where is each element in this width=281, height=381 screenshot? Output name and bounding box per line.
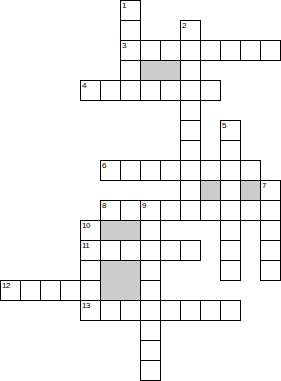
grid-cell[interactable] — [200, 160, 221, 181]
grid-cell[interactable] — [200, 80, 221, 101]
grid-cell[interactable] — [160, 80, 181, 101]
grid-cell[interactable] — [180, 300, 201, 321]
grid-cell[interactable] — [120, 80, 141, 101]
grid-cell[interactable] — [220, 200, 241, 221]
grid-cell[interactable] — [240, 160, 261, 181]
grid-cell[interactable] — [140, 160, 161, 181]
grid-cell[interactable] — [220, 300, 241, 321]
grid-cell[interactable] — [220, 160, 241, 181]
grid-cell[interactable] — [200, 200, 221, 221]
grid-cell[interactable] — [140, 300, 161, 321]
grid-cell[interactable] — [260, 220, 281, 241]
grid-cell[interactable] — [100, 160, 121, 181]
grid-cell[interactable] — [120, 60, 141, 81]
grid-cell[interactable] — [140, 220, 161, 241]
grid-cell[interactable] — [180, 60, 201, 81]
grid-cell[interactable] — [80, 300, 101, 321]
shaded-block — [140, 60, 181, 81]
grid-cell[interactable] — [160, 40, 181, 61]
grid-cell[interactable] — [140, 240, 161, 261]
grid-cell[interactable] — [260, 40, 281, 61]
grid-cell[interactable] — [140, 360, 161, 381]
grid-cell[interactable] — [220, 220, 241, 241]
grid-cell[interactable] — [0, 280, 21, 301]
grid-cell[interactable] — [100, 200, 121, 221]
grid-cell[interactable] — [80, 260, 101, 281]
grid-cell[interactable] — [180, 140, 201, 161]
grid-cell[interactable] — [160, 240, 181, 261]
grid-cell[interactable] — [140, 280, 161, 301]
grid-cell[interactable] — [220, 120, 241, 141]
grid-cell[interactable] — [120, 240, 141, 261]
grid-cell[interactable] — [120, 300, 141, 321]
grid-cell[interactable] — [220, 140, 241, 161]
grid-cell[interactable] — [80, 80, 101, 101]
grid-cell[interactable] — [240, 40, 261, 61]
grid-cell[interactable] — [260, 240, 281, 261]
grid-cell[interactable] — [140, 260, 161, 281]
grid-cell[interactable] — [180, 180, 201, 201]
grid-cell[interactable] — [100, 80, 121, 101]
grid-cell[interactable] — [180, 80, 201, 101]
grid-cell[interactable] — [180, 100, 201, 121]
grid-cell[interactable] — [140, 340, 161, 361]
grid-cell[interactable] — [120, 200, 141, 221]
grid-cell[interactable] — [80, 240, 101, 261]
shaded-block — [100, 260, 141, 301]
grid-cell[interactable] — [140, 200, 161, 221]
grid-cell[interactable] — [220, 260, 241, 281]
grid-cell[interactable] — [60, 280, 81, 301]
shaded-block — [200, 180, 221, 201]
grid-cell[interactable] — [140, 80, 161, 101]
grid-cell[interactable] — [160, 200, 181, 221]
shaded-block — [240, 180, 261, 201]
grid-cell[interactable] — [140, 40, 161, 61]
grid-cell[interactable] — [120, 0, 141, 21]
grid-cell[interactable] — [180, 160, 201, 181]
grid-cell[interactable] — [180, 240, 201, 261]
grid-cell[interactable] — [240, 200, 261, 221]
grid-cell[interactable] — [220, 40, 241, 61]
grid-cell[interactable] — [180, 200, 201, 221]
grid-cell[interactable] — [120, 20, 141, 41]
grid-cell[interactable] — [40, 280, 61, 301]
grid-cell[interactable] — [80, 220, 101, 241]
grid-cell[interactable] — [160, 160, 181, 181]
grid-cell[interactable] — [160, 300, 181, 321]
crossword-board: 12345678910111213 — [0, 0, 281, 381]
grid-cell[interactable] — [260, 200, 281, 221]
shaded-block — [100, 220, 141, 241]
grid-cell[interactable] — [200, 40, 221, 61]
grid-cell[interactable] — [220, 240, 241, 261]
grid-cell[interactable] — [100, 300, 121, 321]
grid-cell[interactable] — [180, 120, 201, 141]
grid-cell[interactable] — [140, 320, 161, 341]
grid-cell[interactable] — [260, 260, 281, 281]
grid-cell[interactable] — [180, 40, 201, 61]
grid-cell[interactable] — [100, 240, 121, 261]
grid-cell[interactable] — [80, 280, 101, 301]
grid-cell[interactable] — [120, 40, 141, 61]
grid-cell[interactable] — [220, 180, 241, 201]
grid-cell[interactable] — [200, 300, 221, 321]
grid-cell[interactable] — [20, 280, 41, 301]
grid-cell[interactable] — [260, 180, 281, 201]
grid-cell[interactable] — [120, 160, 141, 181]
grid-cell[interactable] — [180, 20, 201, 41]
